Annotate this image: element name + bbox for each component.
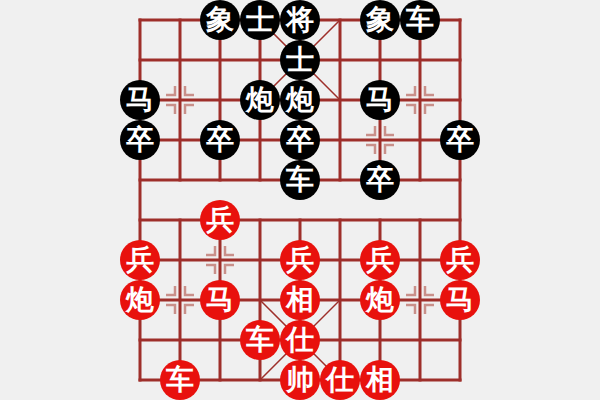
piece-red-horse[interactable]: 马	[440, 280, 480, 320]
piece-red-cannon[interactable]: 炮	[360, 280, 400, 320]
piece-black-advisor[interactable]: 士	[240, 0, 280, 40]
piece-red-elephant[interactable]: 相	[280, 280, 320, 320]
piece-red-soldier[interactable]: 兵	[360, 240, 400, 280]
piece-red-soldier[interactable]: 兵	[440, 240, 480, 280]
piece-red-soldier[interactable]: 兵	[200, 200, 240, 240]
xiangqi-board: 象士将象车士马炮炮马卒卒卒卒车卒兵兵兵兵兵炮马相炮马车仕车帅仕相	[0, 0, 600, 400]
piece-black-soldier[interactable]: 卒	[360, 160, 400, 200]
piece-red-soldier[interactable]: 兵	[280, 240, 320, 280]
piece-black-cannon[interactable]: 炮	[280, 80, 320, 120]
piece-black-advisor[interactable]: 士	[280, 40, 320, 80]
piece-red-soldier[interactable]: 兵	[120, 240, 160, 280]
piece-black-soldier[interactable]: 卒	[120, 120, 160, 160]
piece-black-horse[interactable]: 马	[360, 80, 400, 120]
piece-red-advisor[interactable]: 仕	[320, 360, 360, 400]
piece-red-chariot[interactable]: 车	[160, 360, 200, 400]
pieces-layer: 象士将象车士马炮炮马卒卒卒卒车卒兵兵兵兵兵炮马相炮马车仕车帅仕相	[0, 0, 600, 400]
piece-red-chariot[interactable]: 车	[240, 320, 280, 360]
piece-black-cannon[interactable]: 炮	[240, 80, 280, 120]
piece-black-chariot[interactable]: 车	[400, 0, 440, 40]
piece-red-horse[interactable]: 马	[200, 280, 240, 320]
piece-red-advisor[interactable]: 仕	[280, 320, 320, 360]
piece-black-general[interactable]: 将	[280, 0, 320, 40]
piece-black-elephant[interactable]: 象	[360, 0, 400, 40]
piece-black-elephant[interactable]: 象	[200, 0, 240, 40]
piece-red-elephant[interactable]: 相	[360, 360, 400, 400]
piece-black-soldier[interactable]: 卒	[440, 120, 480, 160]
piece-red-general[interactable]: 帅	[280, 360, 320, 400]
piece-black-soldier[interactable]: 卒	[280, 120, 320, 160]
piece-black-soldier[interactable]: 卒	[200, 120, 240, 160]
piece-black-chariot[interactable]: 车	[280, 160, 320, 200]
piece-red-cannon[interactable]: 炮	[120, 280, 160, 320]
piece-black-horse[interactable]: 马	[120, 80, 160, 120]
